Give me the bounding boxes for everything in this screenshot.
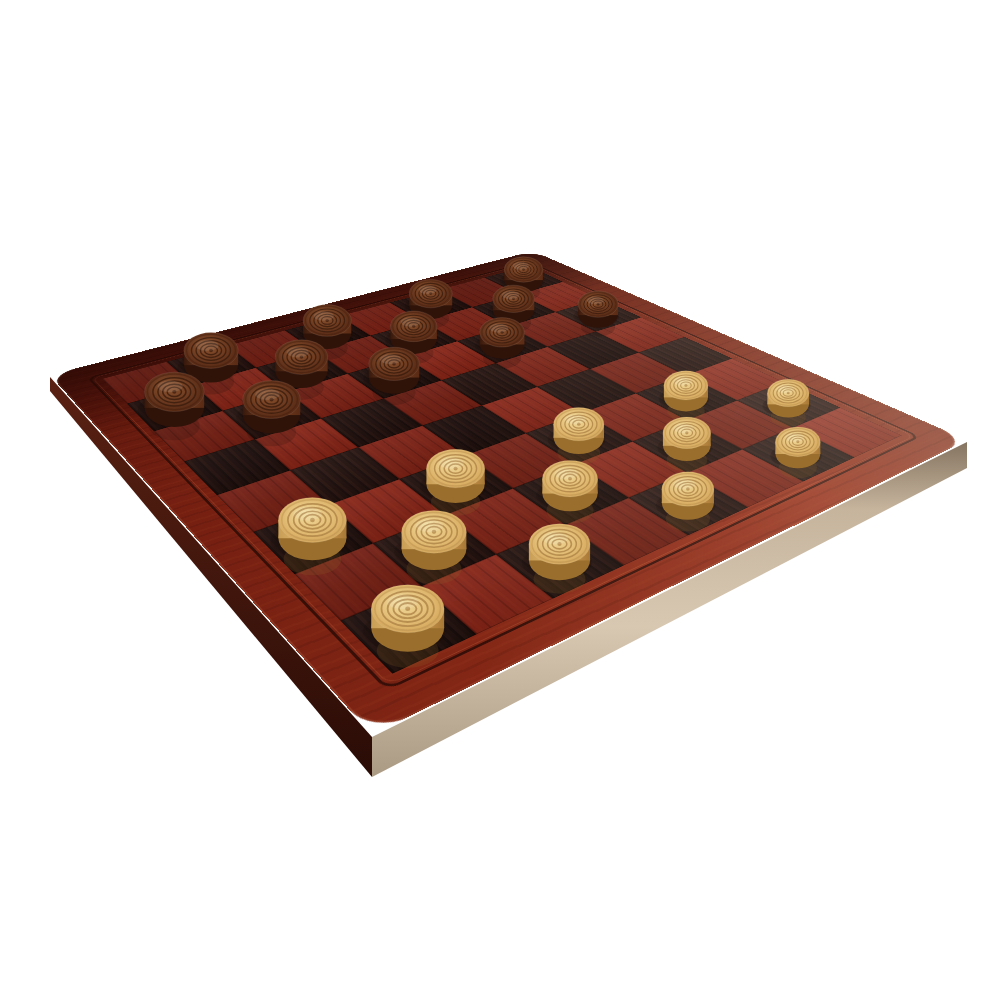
piece-highlight bbox=[542, 532, 568, 544]
piece-highlight bbox=[380, 354, 401, 364]
piece-highlight bbox=[416, 519, 443, 532]
piece-highlight bbox=[785, 433, 804, 442]
piece-highlight bbox=[513, 262, 529, 270]
checkers-scene: checkers bbox=[0, 0, 1000, 1000]
piece-highlight bbox=[673, 479, 695, 489]
piece-highlight bbox=[502, 291, 519, 299]
piece-highlight bbox=[439, 457, 463, 469]
piece-highlight bbox=[287, 347, 309, 357]
piece-highlight bbox=[490, 324, 509, 333]
piece-highlight bbox=[314, 311, 334, 321]
piece-highlight bbox=[255, 389, 279, 400]
piece-highlight bbox=[196, 340, 219, 351]
piece-highlight bbox=[419, 285, 437, 294]
piece-highlight bbox=[673, 424, 693, 433]
piece-highlight bbox=[401, 317, 421, 326]
piece-highlight bbox=[587, 297, 604, 305]
piece-highlight bbox=[158, 380, 183, 392]
piece-highlight bbox=[293, 507, 322, 520]
piece-highlight bbox=[555, 468, 578, 479]
piece-highlight bbox=[674, 377, 693, 386]
piece-highlight bbox=[387, 595, 418, 609]
piece-highlight bbox=[777, 385, 795, 393]
piece-highlight bbox=[565, 415, 586, 425]
